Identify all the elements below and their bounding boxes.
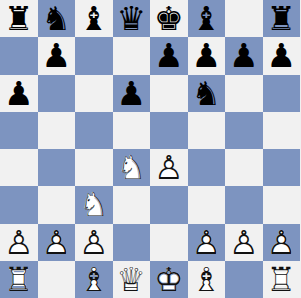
square-d5[interactable] [113, 112, 151, 149]
square-e3[interactable] [150, 186, 188, 223]
square-c4[interactable] [75, 149, 113, 186]
white-piece-outline: ♙ [41, 226, 71, 259]
black-piece-body: ♟ [41, 39, 71, 72]
white-knight[interactable]: ♞♘ [113, 149, 151, 186]
square-h3[interactable] [263, 186, 301, 223]
square-c5[interactable] [75, 112, 113, 149]
black-pawn[interactable]: ♟ [0, 75, 38, 112]
square-h5[interactable] [263, 112, 301, 149]
square-h2[interactable]: ♟♙ [263, 224, 301, 261]
black-pawn[interactable]: ♟ [38, 37, 76, 74]
square-e2[interactable] [150, 224, 188, 261]
white-pawn[interactable]: ♟♙ [150, 149, 188, 186]
black-piece-body: ♟ [154, 39, 184, 72]
square-g1[interactable] [225, 261, 263, 298]
white-piece-outline: ♗ [191, 263, 221, 296]
square-b5[interactable] [38, 112, 76, 149]
black-pawn[interactable]: ♟ [188, 37, 226, 74]
square-f5[interactable] [188, 112, 226, 149]
white-piece-outline: ♙ [266, 226, 296, 259]
black-piece-body: ♝ [79, 2, 109, 35]
square-e8[interactable]: ♚ [150, 0, 188, 37]
square-h7[interactable]: ♟ [263, 37, 301, 74]
white-rook[interactable]: ♜♖ [263, 261, 301, 298]
square-b3[interactable] [38, 186, 76, 223]
black-pawn[interactable]: ♟ [113, 75, 151, 112]
square-d7[interactable] [113, 37, 151, 74]
white-piece-outline: ♔ [154, 263, 184, 296]
black-pawn[interactable]: ♟ [150, 37, 188, 74]
white-pawn[interactable]: ♟♙ [38, 224, 76, 261]
square-g6[interactable] [225, 75, 263, 112]
square-b2[interactable]: ♟♙ [38, 224, 76, 261]
square-e7[interactable]: ♟ [150, 37, 188, 74]
square-c6[interactable] [75, 75, 113, 112]
square-b6[interactable] [38, 75, 76, 112]
white-piece-outline: ♗ [79, 263, 109, 296]
square-e1[interactable]: ♚♔ [150, 261, 188, 298]
white-pawn[interactable]: ♟♙ [0, 224, 38, 261]
black-pawn[interactable]: ♟ [225, 37, 263, 74]
white-knight[interactable]: ♞♘ [75, 186, 113, 223]
square-a2[interactable]: ♟♙ [0, 224, 38, 261]
white-pawn[interactable]: ♟♙ [188, 224, 226, 261]
square-a7[interactable] [0, 37, 38, 74]
square-f8[interactable]: ♝ [188, 0, 226, 37]
square-g7[interactable]: ♟ [225, 37, 263, 74]
white-piece-outline: ♙ [191, 226, 221, 259]
square-f4[interactable] [188, 149, 226, 186]
white-pawn[interactable]: ♟♙ [225, 224, 263, 261]
square-h8[interactable]: ♜ [263, 0, 301, 37]
square-a1[interactable]: ♜♖ [0, 261, 38, 298]
square-c8[interactable]: ♝ [75, 0, 113, 37]
black-piece-body: ♟ [191, 39, 221, 72]
black-piece-body: ♜ [266, 2, 296, 35]
square-c2[interactable]: ♟♙ [75, 224, 113, 261]
square-g5[interactable] [225, 112, 263, 149]
black-piece-body: ♜ [4, 2, 34, 35]
square-d1[interactable]: ♛♕ [113, 261, 151, 298]
square-e5[interactable] [150, 112, 188, 149]
square-c3[interactable]: ♞♘ [75, 186, 113, 223]
black-king[interactable]: ♚ [150, 0, 188, 37]
square-c7[interactable] [75, 37, 113, 74]
square-b7[interactable]: ♟ [38, 37, 76, 74]
square-h4[interactable] [263, 149, 301, 186]
white-bishop[interactable]: ♝♗ [188, 261, 226, 298]
black-piece-body: ♟ [4, 77, 34, 110]
black-bishop[interactable]: ♝ [75, 0, 113, 37]
square-f1[interactable]: ♝♗ [188, 261, 226, 298]
square-a4[interactable] [0, 149, 38, 186]
black-piece-body: ♟ [229, 39, 259, 72]
white-piece-outline: ♕ [116, 263, 146, 296]
square-f3[interactable] [188, 186, 226, 223]
white-piece-outline: ♖ [4, 263, 34, 296]
white-piece-outline: ♙ [229, 226, 259, 259]
square-b1[interactable] [38, 261, 76, 298]
square-g4[interactable] [225, 149, 263, 186]
square-d3[interactable] [113, 186, 151, 223]
square-e6[interactable] [150, 75, 188, 112]
square-d4[interactable]: ♞♘ [113, 149, 151, 186]
white-piece-outline: ♙ [4, 226, 34, 259]
square-b8[interactable]: ♞ [38, 0, 76, 37]
black-knight[interactable]: ♞ [38, 0, 76, 37]
white-pawn[interactable]: ♟♙ [263, 224, 301, 261]
square-a6[interactable]: ♟ [0, 75, 38, 112]
white-piece-outline: ♘ [79, 188, 109, 221]
square-g8[interactable] [225, 0, 263, 37]
black-piece-body: ♟ [266, 39, 296, 72]
square-g3[interactable] [225, 186, 263, 223]
black-pawn[interactable]: ♟ [263, 37, 301, 74]
square-h6[interactable] [263, 75, 301, 112]
square-h1[interactable]: ♜♖ [263, 261, 301, 298]
black-piece-body: ♞ [191, 77, 221, 110]
white-pawn[interactable]: ♟♙ [75, 224, 113, 261]
square-d2[interactable] [113, 224, 151, 261]
white-piece-outline: ♙ [154, 151, 184, 184]
square-e4[interactable]: ♟♙ [150, 149, 188, 186]
square-a3[interactable] [0, 186, 38, 223]
black-piece-body: ♝ [191, 2, 221, 35]
black-rook[interactable]: ♜ [0, 0, 38, 37]
square-g2[interactable]: ♟♙ [225, 224, 263, 261]
square-d8[interactable]: ♛ [113, 0, 151, 37]
black-piece-body: ♟ [116, 77, 146, 110]
white-piece-outline: ♖ [266, 263, 296, 296]
black-rook[interactable]: ♜ [263, 0, 301, 37]
white-king[interactable]: ♚♔ [150, 261, 188, 298]
white-piece-outline: ♙ [79, 226, 109, 259]
square-d6[interactable]: ♟ [113, 75, 151, 112]
square-c1[interactable]: ♝♗ [75, 261, 113, 298]
square-f6[interactable]: ♞ [188, 75, 226, 112]
white-bishop[interactable]: ♝♗ [75, 261, 113, 298]
square-f7[interactable]: ♟ [188, 37, 226, 74]
black-queen[interactable]: ♛ [113, 0, 151, 37]
white-piece-outline: ♘ [116, 151, 146, 184]
square-b4[interactable] [38, 149, 76, 186]
black-piece-body: ♛ [116, 2, 146, 35]
chess-board: ♜♞♝♛♚♝♜♟♟♟♟♟♟♟♞♞♘♟♙♞♘♟♙♟♙♟♙♟♙♟♙♟♙♜♖♝♗♛♕♚… [0, 0, 300, 298]
black-piece-body: ♚ [154, 2, 184, 35]
square-f2[interactable]: ♟♙ [188, 224, 226, 261]
white-queen[interactable]: ♛♕ [113, 261, 151, 298]
white-rook[interactable]: ♜♖ [0, 261, 38, 298]
black-bishop[interactable]: ♝ [188, 0, 226, 37]
square-a5[interactable] [0, 112, 38, 149]
black-knight[interactable]: ♞ [188, 75, 226, 112]
black-piece-body: ♞ [41, 2, 71, 35]
square-a8[interactable]: ♜ [0, 0, 38, 37]
